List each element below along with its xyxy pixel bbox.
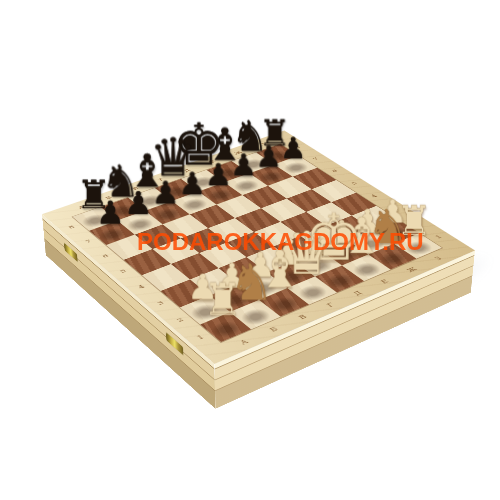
piece-black-pawn: ♟ xyxy=(124,188,152,218)
coord-label: З xyxy=(433,255,443,261)
piece-black-pawn: ♟ xyxy=(230,151,257,180)
coord-label: 1 xyxy=(434,234,444,240)
piece-black-pawn: ♟ xyxy=(178,169,206,198)
coord-label: Б xyxy=(268,326,279,333)
coord-label: 7 xyxy=(84,238,93,244)
coord-label: 5 xyxy=(350,181,359,186)
piece-black-pawn: ♟ xyxy=(204,160,231,189)
coord-label: А xyxy=(238,338,249,345)
piece-black-pawn: ♟ xyxy=(151,179,179,209)
coord-label: 6 xyxy=(330,168,339,173)
piece-black-pawn: ♟ xyxy=(255,143,282,171)
coord-label: 2 xyxy=(175,317,185,324)
brass-hinge-icon xyxy=(166,332,183,355)
coord-label: Ж xyxy=(405,266,418,273)
coord-label: В xyxy=(297,313,308,320)
coord-label: Г xyxy=(325,302,336,308)
piece-black-pawn: ♟ xyxy=(96,198,125,228)
coord-label: 5 xyxy=(118,268,127,274)
piece-black-pawn: ♟ xyxy=(280,134,306,162)
coord-label: 3 xyxy=(155,300,165,306)
coord-label: Е xyxy=(379,278,390,284)
coord-label: 1 xyxy=(195,334,205,341)
coord-label: 6 xyxy=(101,253,110,259)
brass-hinge-icon xyxy=(64,243,78,262)
piece-white-rook: ♜ xyxy=(202,278,241,320)
coord-label: Д xyxy=(352,290,364,297)
coord-label: 4 xyxy=(137,284,147,290)
chess-set-photo: 87654321 87654321 АБВГДЕЖЗ АБВГДЕЖЗ ♜♞♝♛… xyxy=(0,0,500,500)
coord-label: 8 xyxy=(67,224,76,229)
watermark: PODAROKKAGDOMY.RU xyxy=(137,230,424,254)
coord-label: 7 xyxy=(311,156,320,161)
